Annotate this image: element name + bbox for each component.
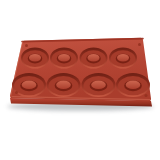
- silicone-mold-image: [0, 0, 160, 160]
- mold-cavity: [82, 73, 116, 97]
- mold-cavity: [80, 48, 108, 69]
- corner-dot: [25, 44, 28, 47]
- cavity-dome: [87, 54, 99, 62]
- cavity-dome: [22, 80, 37, 89]
- cavity-dome: [126, 80, 141, 89]
- corner-dot: [145, 94, 148, 97]
- cavity-dome: [56, 80, 71, 89]
- mold-cavity: [116, 73, 150, 97]
- product-photo: [0, 0, 160, 160]
- cavity-dome: [58, 54, 70, 62]
- mold-cavity: [50, 48, 78, 69]
- cavity-dome: [91, 80, 106, 89]
- corner-dot: [138, 43, 141, 46]
- mold-cavity: [21, 48, 49, 69]
- cavity-dome: [117, 54, 129, 62]
- corner-dot: [15, 91, 18, 94]
- mold-cavity: [47, 73, 81, 97]
- mold-cavity: [109, 48, 137, 69]
- cavity-dome: [29, 54, 41, 62]
